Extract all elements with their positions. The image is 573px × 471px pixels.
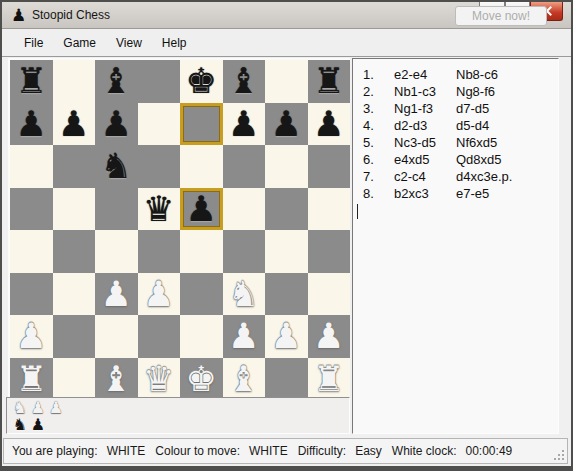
text-cursor [357, 204, 358, 219]
resize-grip[interactable] [554, 450, 564, 460]
move-row-8[interactable]: 8.b2xc3e7-e5 [353, 185, 558, 202]
piece-bp: ♟ [101, 103, 132, 145]
piece-bp: ♟ [16, 103, 47, 145]
square-a2[interactable]: ♟ [10, 315, 53, 358]
white-move: b2xc3 [394, 185, 456, 202]
move-number: 7. [363, 168, 394, 185]
square-f1[interactable]: ♝ [223, 358, 266, 401]
piece-wq: ♛ [143, 358, 174, 400]
square-c4[interactable] [95, 230, 138, 273]
square-c3[interactable]: ♟ [95, 273, 138, 316]
captured-piece-bp: ♟ [29, 416, 47, 433]
square-c5[interactable] [95, 188, 138, 231]
move-number: 2. [363, 83, 394, 100]
piece-bp: ♟ [228, 103, 259, 145]
captured-piece-wn: ♞ [11, 399, 29, 416]
piece-wb: ♝ [228, 358, 259, 400]
square-h8[interactable]: ♜ [308, 60, 351, 103]
square-b1[interactable] [53, 358, 96, 401]
piece-wp: ♟ [313, 315, 344, 357]
square-c2[interactable] [95, 315, 138, 358]
square-a1[interactable]: ♜ [10, 358, 53, 401]
piece-bb: ♝ [228, 60, 259, 102]
square-b6[interactable] [53, 145, 96, 188]
square-b3[interactable] [53, 273, 96, 316]
piece-bp: ♟ [271, 103, 302, 145]
black-move: Nf6xd5 [456, 134, 558, 151]
chess-board: ♜♝♚♝♜♟♟♟♟♟♟♞♛♟♟♟♞♟♟♟♟♜♝♛♚♝♜ [10, 60, 350, 400]
square-f5[interactable] [223, 188, 266, 231]
status-you-are-playing: You are playing:WHITE [12, 444, 145, 458]
menu-item-help[interactable]: Help [152, 30, 197, 56]
square-e4[interactable] [180, 230, 223, 273]
piece-br: ♜ [16, 60, 47, 102]
square-h5[interactable] [308, 188, 351, 231]
move-row-6[interactable]: 6.e4xd5Qd8xd5 [353, 151, 558, 168]
status-difficulty: Difficulty:Easy [298, 444, 382, 458]
move-row-7[interactable]: 7.c2-c4d4xc3e.p. [353, 168, 558, 185]
menu-bar: FileGameViewHelp [2, 30, 571, 57]
board-frame: ♜♝♚♝♜♟♟♟♟♟♟♞♛♟♟♟♞♟♟♟♟♜♝♛♚♝♜ [8, 58, 350, 400]
square-e6[interactable] [180, 145, 223, 188]
square-d1[interactable]: ♛ [138, 358, 181, 401]
captured-piece-wp: ♟ [29, 399, 47, 416]
app-window: ♟ Stoopid Chess FileGameViewHelp Move no… [0, 0, 573, 471]
piece-bp: ♟ [58, 103, 89, 145]
square-d4[interactable] [138, 230, 181, 273]
move-number: 6. [363, 151, 394, 168]
black-move: Nb8-c6 [456, 66, 558, 83]
piece-wp: ♟ [16, 315, 47, 357]
square-g3[interactable] [265, 273, 308, 316]
white-move: Ng1-f3 [394, 100, 456, 117]
square-a4[interactable] [10, 230, 53, 273]
move-now-button[interactable]: Move now! [455, 6, 547, 26]
square-g6[interactable] [265, 145, 308, 188]
move-number: 4. [363, 117, 394, 134]
captured-piece-bn: ♞ [11, 416, 29, 433]
piece-bp: ♟ [313, 103, 344, 145]
captured-piece-wp: ♟ [47, 399, 65, 416]
pawn-icon: ♟ [11, 6, 26, 25]
square-f2[interactable]: ♟ [223, 315, 266, 358]
black-move: d5-d4 [456, 117, 558, 134]
black-move: d7-d5 [456, 100, 558, 117]
menu-item-view[interactable]: View [106, 30, 152, 56]
square-a5[interactable] [10, 188, 53, 231]
piece-wk: ♚ [186, 358, 217, 400]
square-d6[interactable] [138, 145, 181, 188]
square-e7[interactable] [180, 103, 223, 146]
move-number: 3. [363, 100, 394, 117]
black-move: e7-e5 [456, 185, 558, 202]
square-a7[interactable]: ♟ [10, 103, 53, 146]
white-move: d2-d3 [394, 117, 456, 134]
square-e1[interactable]: ♚ [180, 358, 223, 401]
piece-wp: ♟ [143, 273, 174, 315]
square-h1[interactable]: ♜ [308, 358, 351, 401]
move-number: 1. [363, 66, 394, 83]
captured-black-row: ♞♟ [11, 416, 349, 433]
square-g8[interactable] [265, 60, 308, 103]
status-bar: You are playing:WHITEColour to move:WHIT… [3, 438, 568, 464]
square-b2[interactable] [53, 315, 96, 358]
square-f4[interactable] [223, 230, 266, 273]
piece-wn: ♞ [228, 273, 259, 315]
piece-bb: ♝ [101, 60, 132, 102]
move-list-panel[interactable]: 1.e2-e4Nb8-c62.Nb1-c3Ng8-f63.Ng1-f3d7-d5… [352, 58, 559, 434]
square-f6[interactable] [223, 145, 266, 188]
move-number: 8. [363, 185, 394, 202]
square-h2[interactable]: ♟ [308, 315, 351, 358]
square-c8[interactable]: ♝ [95, 60, 138, 103]
move-row-2[interactable]: 2.Nb1-c3Ng8-f6 [353, 83, 558, 100]
status-white-clock: White clock:00:00:49 [392, 444, 512, 458]
square-h4[interactable] [308, 230, 351, 273]
white-move: e4xd5 [394, 151, 456, 168]
square-b7[interactable]: ♟ [53, 103, 96, 146]
move-row-4[interactable]: 4.d2-d3d5-d4 [353, 117, 558, 134]
square-b4[interactable] [53, 230, 96, 273]
piece-wr: ♜ [313, 358, 344, 400]
square-a8[interactable]: ♜ [10, 60, 53, 103]
piece-bk: ♚ [186, 60, 217, 102]
black-move: Ng8-f6 [456, 83, 558, 100]
square-g5[interactable] [265, 188, 308, 231]
move-list: 1.e2-e4Nb8-c62.Nb1-c3Ng8-f63.Ng1-f3d7-d5… [353, 66, 558, 202]
piece-bq: ♛ [143, 188, 174, 230]
move-row-5[interactable]: 5.Nc3-d5Nf6xd5 [353, 134, 558, 151]
piece-wr: ♜ [16, 358, 47, 400]
menu-item-file[interactable]: File [14, 30, 53, 56]
square-c6[interactable]: ♞ [95, 145, 138, 188]
move-row-1[interactable]: 1.e2-e4Nb8-c6 [353, 66, 558, 83]
square-d3[interactable]: ♟ [138, 273, 181, 316]
square-f8[interactable]: ♝ [223, 60, 266, 103]
status-colour-to-move: Colour to move:WHITE [155, 444, 287, 458]
square-f3[interactable]: ♞ [223, 273, 266, 316]
piece-br: ♜ [313, 60, 344, 102]
piece-bn: ♞ [101, 145, 132, 187]
captured-pieces-tray: ♞♟♟ ♞♟ [6, 397, 350, 434]
square-g4[interactable] [265, 230, 308, 273]
piece-wp: ♟ [271, 315, 302, 357]
square-d2[interactable] [138, 315, 181, 358]
square-h7[interactable]: ♟ [308, 103, 351, 146]
black-move: d4xc3e.p. [456, 168, 558, 185]
square-a3[interactable] [10, 273, 53, 316]
square-g7[interactable]: ♟ [265, 103, 308, 146]
piece-wp: ♟ [101, 273, 132, 315]
square-d8[interactable] [138, 60, 181, 103]
square-g1[interactable] [265, 358, 308, 401]
move-row-3[interactable]: 3.Ng1-f3d7-d5 [353, 100, 558, 117]
square-b8[interactable] [53, 60, 96, 103]
square-f7[interactable]: ♟ [223, 103, 266, 146]
square-d5[interactable]: ♛ [138, 188, 181, 231]
captured-white-row: ♞♟♟ [11, 399, 349, 416]
square-g2[interactable]: ♟ [265, 315, 308, 358]
piece-wp: ♟ [228, 315, 259, 357]
white-move: c2-c4 [394, 168, 456, 185]
square-b5[interactable] [53, 188, 96, 231]
square-e3[interactable] [180, 273, 223, 316]
square-c1[interactable]: ♝ [95, 358, 138, 401]
white-move: e2-e4 [394, 66, 456, 83]
square-h3[interactable] [308, 273, 351, 316]
window-title: Stoopid Chess [32, 8, 110, 22]
black-move: Qd8xd5 [456, 151, 558, 168]
square-e8[interactable]: ♚ [180, 60, 223, 103]
piece-wb: ♝ [101, 358, 132, 400]
square-c7[interactable]: ♟ [95, 103, 138, 146]
white-move: Nc3-d5 [394, 134, 456, 151]
square-e5[interactable]: ♟ [180, 188, 223, 231]
menu-item-game[interactable]: Game [53, 30, 106, 56]
square-h6[interactable] [308, 145, 351, 188]
piece-bp: ♟ [186, 188, 217, 230]
white-move: Nb1-c3 [394, 83, 456, 100]
square-e2[interactable] [180, 315, 223, 358]
square-a6[interactable] [10, 145, 53, 188]
move-number: 5. [363, 134, 394, 151]
square-d7[interactable] [138, 103, 181, 146]
